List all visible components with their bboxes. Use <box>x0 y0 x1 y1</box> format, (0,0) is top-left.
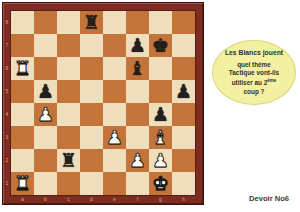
square-g2[interactable]: ♟ <box>149 149 172 172</box>
file-label-b: b <box>34 195 57 204</box>
square-d3[interactable] <box>80 126 103 149</box>
square-a1[interactable]: ♜ <box>11 172 34 195</box>
file-label-h: h <box>172 195 195 204</box>
square-c7[interactable] <box>57 34 80 57</box>
square-h8[interactable] <box>172 11 195 34</box>
square-a5[interactable] <box>11 80 34 103</box>
rank-label-7: 7 <box>3 34 11 57</box>
file-label-e: e <box>103 195 126 204</box>
square-c5[interactable] <box>57 80 80 103</box>
question-line-4: coup ? <box>244 88 265 96</box>
homework-label: Devoir No6 <box>249 194 289 203</box>
square-e5[interactable] <box>103 80 126 103</box>
square-h1[interactable] <box>172 172 195 195</box>
square-e6[interactable] <box>103 57 126 80</box>
square-c6[interactable] <box>57 57 80 80</box>
square-c2[interactable]: ♜ <box>57 149 80 172</box>
question-line-3: utiliser au 2ème <box>232 77 277 87</box>
board-grid: ♜♟♚♜♝♟♟♟♟♟♝♜♟♟♜♚ <box>11 11 195 195</box>
square-a6[interactable]: ♜ <box>11 57 34 80</box>
square-h6[interactable] <box>172 57 195 80</box>
square-h3[interactable] <box>172 126 195 149</box>
piece-black-pawn[interactable]: ♟ <box>149 103 172 126</box>
rank-label-5: 5 <box>3 80 11 103</box>
square-f8[interactable] <box>126 11 149 34</box>
square-g3[interactable]: ♝ <box>149 126 172 149</box>
piece-white-pawn[interactable]: ♟ <box>149 149 172 172</box>
piece-black-rook[interactable]: ♜ <box>57 149 80 172</box>
rank-label-1: 1 <box>3 172 11 195</box>
square-h5[interactable]: ♟ <box>172 80 195 103</box>
square-d5[interactable] <box>80 80 103 103</box>
square-f4[interactable] <box>126 103 149 126</box>
square-d2[interactable] <box>80 149 103 172</box>
square-b6[interactable] <box>34 57 57 80</box>
piece-white-bishop[interactable]: ♝ <box>149 126 172 149</box>
square-b3[interactable] <box>34 126 57 149</box>
square-f2[interactable]: ♟ <box>126 149 149 172</box>
square-d7[interactable] <box>80 34 103 57</box>
rank-label-3: 3 <box>3 126 11 149</box>
square-h2[interactable] <box>172 149 195 172</box>
piece-white-rook[interactable]: ♜ <box>11 57 34 80</box>
piece-white-rook[interactable]: ♜ <box>11 172 34 195</box>
piece-white-king[interactable]: ♚ <box>149 172 172 195</box>
square-e3[interactable]: ♟ <box>103 126 126 149</box>
square-d8[interactable]: ♜ <box>80 11 103 34</box>
rank-label-6: 6 <box>3 57 11 80</box>
square-f5[interactable] <box>126 80 149 103</box>
square-c3[interactable] <box>57 126 80 149</box>
piece-black-pawn[interactable]: ♟ <box>172 80 195 103</box>
square-h4[interactable] <box>172 103 195 126</box>
file-label-a: a <box>11 195 34 204</box>
rank-label-8: 8 <box>3 11 11 34</box>
question-bubble: Les Blancs jouent quel thème Tactique vo… <box>212 40 296 105</box>
bubble-title: Les Blancs jouent <box>225 49 283 56</box>
square-e1[interactable] <box>103 172 126 195</box>
square-d1[interactable] <box>80 172 103 195</box>
piece-white-pawn[interactable]: ♟ <box>34 103 57 126</box>
square-b8[interactable] <box>34 11 57 34</box>
square-c1[interactable] <box>57 172 80 195</box>
square-b7[interactable] <box>34 34 57 57</box>
square-f1[interactable] <box>126 172 149 195</box>
file-label-g: g <box>149 195 172 204</box>
square-a7[interactable] <box>11 34 34 57</box>
square-b4[interactable]: ♟ <box>34 103 57 126</box>
piece-black-pawn[interactable]: ♟ <box>34 80 57 103</box>
rank-label-4: 4 <box>3 103 11 126</box>
file-labels: abcdefgh <box>11 195 195 204</box>
file-label-d: d <box>80 195 103 204</box>
piece-white-pawn[interactable]: ♟ <box>126 149 149 172</box>
question-line-2: Tactique vont-ils <box>229 69 279 77</box>
piece-black-pawn[interactable]: ♟ <box>126 34 149 57</box>
square-a4[interactable] <box>11 103 34 126</box>
square-e2[interactable] <box>103 149 126 172</box>
square-b1[interactable] <box>34 172 57 195</box>
piece-black-king[interactable]: ♚ <box>149 34 172 57</box>
square-e7[interactable] <box>103 34 126 57</box>
rank-labels: 87654321 <box>3 11 11 195</box>
square-b2[interactable] <box>34 149 57 172</box>
square-g4[interactable]: ♟ <box>149 103 172 126</box>
square-a3[interactable] <box>11 126 34 149</box>
chess-board: 87654321 abcdefgh ♜♟♚♜♝♟♟♟♟♟♝♜♟♟♜♚ <box>2 2 204 205</box>
square-h7[interactable] <box>172 34 195 57</box>
square-c8[interactable] <box>57 11 80 34</box>
square-e4[interactable] <box>103 103 126 126</box>
square-a8[interactable] <box>11 11 34 34</box>
square-g1[interactable]: ♚ <box>149 172 172 195</box>
square-g5[interactable] <box>149 80 172 103</box>
file-label-c: c <box>57 195 80 204</box>
piece-white-pawn[interactable]: ♟ <box>103 126 126 149</box>
square-e8[interactable] <box>103 11 126 34</box>
rank-label-2: 2 <box>3 149 11 172</box>
square-f7[interactable]: ♟ <box>126 34 149 57</box>
square-d4[interactable] <box>80 103 103 126</box>
square-d6[interactable] <box>80 57 103 80</box>
square-b5[interactable]: ♟ <box>34 80 57 103</box>
question-line-1: quel thème <box>237 61 271 69</box>
square-f3[interactable] <box>126 126 149 149</box>
square-c4[interactable] <box>57 103 80 126</box>
square-f6[interactable]: ♝ <box>126 57 149 80</box>
file-label-f: f <box>126 195 149 204</box>
square-g8[interactable] <box>149 11 172 34</box>
piece-black-bishop[interactable]: ♝ <box>126 57 149 80</box>
piece-black-rook[interactable]: ♜ <box>80 11 103 34</box>
square-g6[interactable] <box>149 57 172 80</box>
square-a2[interactable] <box>11 149 34 172</box>
square-g7[interactable]: ♚ <box>149 34 172 57</box>
